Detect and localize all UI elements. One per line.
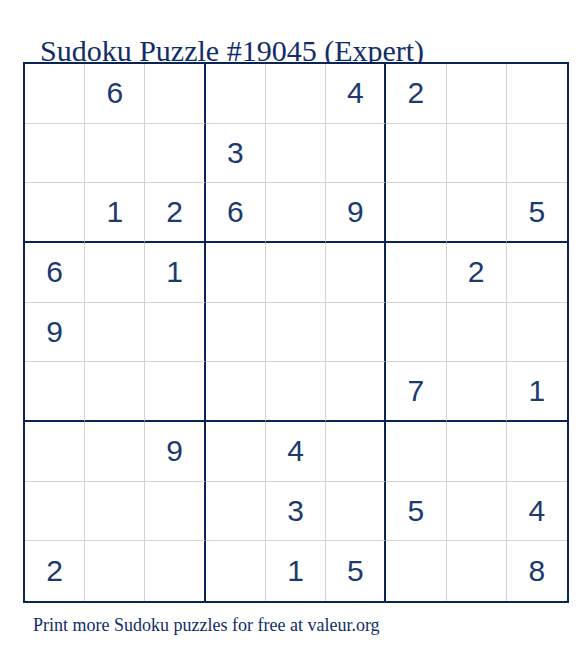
cell-r6c3 <box>145 362 205 422</box>
cell-r8c2 <box>85 482 145 542</box>
cell-r5c8 <box>447 303 507 363</box>
cell-r7c7 <box>386 422 446 482</box>
cell-r3c6: 9 <box>326 183 386 243</box>
cell-r5c5 <box>266 303 326 363</box>
cell-r3c9: 5 <box>507 183 567 243</box>
cell-r7c8 <box>447 422 507 482</box>
cell-r6c5 <box>266 362 326 422</box>
cell-r5c3 <box>145 303 205 363</box>
cell-r9c2 <box>85 541 145 601</box>
cell-r7c1 <box>25 422 85 482</box>
cell-r9c1: 2 <box>25 541 85 601</box>
cell-r4c2 <box>85 243 145 303</box>
cell-r3c3: 2 <box>145 183 205 243</box>
cell-r8c5: 3 <box>266 482 326 542</box>
cell-r8c7: 5 <box>386 482 446 542</box>
cell-r9c7 <box>386 541 446 601</box>
cell-r3c7 <box>386 183 446 243</box>
cell-r5c9 <box>507 303 567 363</box>
sudoku-grid: 642312695612971943542158 <box>23 62 569 603</box>
cell-r6c1 <box>25 362 85 422</box>
cell-r9c5: 1 <box>266 541 326 601</box>
cell-r8c6 <box>326 482 386 542</box>
cell-r6c7: 7 <box>386 362 446 422</box>
cell-r4c4 <box>206 243 266 303</box>
cell-r1c1 <box>25 64 85 124</box>
cell-r3c2: 1 <box>85 183 145 243</box>
cell-r1c5 <box>266 64 326 124</box>
cell-r9c4 <box>206 541 266 601</box>
cell-r2c3 <box>145 124 205 184</box>
cell-r2c7 <box>386 124 446 184</box>
cell-r8c3 <box>145 482 205 542</box>
cell-r7c2 <box>85 422 145 482</box>
cell-r5c1: 9 <box>25 303 85 363</box>
cell-r1c9 <box>507 64 567 124</box>
cell-r4c1: 6 <box>25 243 85 303</box>
cell-r1c7: 2 <box>386 64 446 124</box>
cell-r3c5 <box>266 183 326 243</box>
cell-r8c8 <box>447 482 507 542</box>
cell-r9c3 <box>145 541 205 601</box>
cell-r1c2: 6 <box>85 64 145 124</box>
cell-r5c6 <box>326 303 386 363</box>
cell-r4c3: 1 <box>145 243 205 303</box>
cell-r1c4 <box>206 64 266 124</box>
cell-r1c3 <box>145 64 205 124</box>
cell-r1c6: 4 <box>326 64 386 124</box>
cell-r7c6 <box>326 422 386 482</box>
cell-r8c4 <box>206 482 266 542</box>
cell-r2c8 <box>447 124 507 184</box>
cell-r6c8 <box>447 362 507 422</box>
cell-r3c1 <box>25 183 85 243</box>
cell-r3c8 <box>447 183 507 243</box>
cell-r4c5 <box>266 243 326 303</box>
cell-r8c9: 4 <box>507 482 567 542</box>
cell-r6c2 <box>85 362 145 422</box>
cell-r6c9: 1 <box>507 362 567 422</box>
cell-r7c9 <box>507 422 567 482</box>
cell-r5c7 <box>386 303 446 363</box>
cell-r4c6 <box>326 243 386 303</box>
cell-r2c2 <box>85 124 145 184</box>
cell-r6c4 <box>206 362 266 422</box>
cell-r2c1 <box>25 124 85 184</box>
cell-r5c4 <box>206 303 266 363</box>
cell-r3c4: 6 <box>206 183 266 243</box>
cell-r4c9 <box>507 243 567 303</box>
cell-r2c6 <box>326 124 386 184</box>
cell-r1c8 <box>447 64 507 124</box>
cell-r8c1 <box>25 482 85 542</box>
cell-r4c7 <box>386 243 446 303</box>
cell-r7c5: 4 <box>266 422 326 482</box>
cell-r9c6: 5 <box>326 541 386 601</box>
cell-r7c4 <box>206 422 266 482</box>
cell-r5c2 <box>85 303 145 363</box>
cell-r6c6 <box>326 362 386 422</box>
footer-text: Print more Sudoku puzzles for free at va… <box>33 615 380 636</box>
cell-r2c9 <box>507 124 567 184</box>
cell-r2c4: 3 <box>206 124 266 184</box>
cell-r4c8: 2 <box>447 243 507 303</box>
cell-r2c5 <box>266 124 326 184</box>
cell-r9c8 <box>447 541 507 601</box>
cell-r9c9: 8 <box>507 541 567 601</box>
cell-r7c3: 9 <box>145 422 205 482</box>
